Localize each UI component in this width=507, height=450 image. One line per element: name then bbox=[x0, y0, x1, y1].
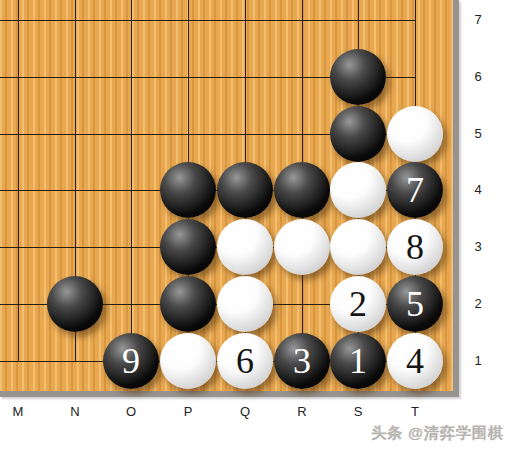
stone-S6-black bbox=[330, 49, 386, 105]
row-label-6: 6 bbox=[467, 69, 489, 85]
stone-Q2-white bbox=[217, 276, 273, 332]
move-number-9: 9 bbox=[122, 343, 140, 379]
row-label-1: 1 bbox=[467, 353, 489, 369]
col-label-O: O bbox=[120, 404, 142, 420]
move-number-8: 8 bbox=[406, 229, 424, 265]
stone-P3-black bbox=[160, 219, 216, 275]
move-number-1: 1 bbox=[349, 343, 367, 379]
stone-T1-white: 4 bbox=[387, 333, 443, 389]
stone-Q3-white bbox=[217, 219, 273, 275]
move-number-2: 2 bbox=[349, 286, 367, 322]
move-number-5: 5 bbox=[406, 286, 424, 322]
stone-P4-black bbox=[160, 162, 216, 218]
stone-R1-black: 3 bbox=[274, 333, 330, 389]
grid-line-col-M bbox=[18, 0, 19, 362]
row-label-5: 5 bbox=[467, 126, 489, 142]
stone-P1-white bbox=[160, 333, 216, 389]
col-label-Q: Q bbox=[234, 404, 256, 420]
grid-line-col-O bbox=[131, 0, 132, 362]
stone-Q1-white: 6 bbox=[217, 333, 273, 389]
row-label-4: 4 bbox=[467, 182, 489, 198]
go-diagram: 782596314 MNOPQRST7654321 头条 @清弈学围棋 bbox=[0, 0, 507, 450]
stone-T5-white bbox=[387, 106, 443, 162]
stone-Q4-black bbox=[217, 162, 273, 218]
col-label-N: N bbox=[64, 404, 86, 420]
stone-O1-black: 9 bbox=[103, 333, 159, 389]
row-label-3: 3 bbox=[467, 239, 489, 255]
stone-R3-white bbox=[274, 219, 330, 275]
stone-R4-black bbox=[274, 162, 330, 218]
stone-T4-black: 7 bbox=[387, 162, 443, 218]
col-label-R: R bbox=[291, 404, 313, 420]
col-label-M: M bbox=[7, 404, 29, 420]
move-number-4: 4 bbox=[406, 343, 424, 379]
stone-S4-white bbox=[330, 162, 386, 218]
move-number-7: 7 bbox=[406, 172, 424, 208]
move-number-3: 3 bbox=[293, 343, 311, 379]
row-label-7: 7 bbox=[467, 12, 489, 28]
stone-T3-white: 8 bbox=[387, 219, 443, 275]
stone-T2-black: 5 bbox=[387, 276, 443, 332]
watermark-text: 头条 @清弈学围棋 bbox=[371, 424, 504, 443]
row-label-2: 2 bbox=[467, 296, 489, 312]
stone-P2-black bbox=[160, 276, 216, 332]
stone-S1-black: 1 bbox=[330, 333, 386, 389]
move-number-6: 6 bbox=[236, 343, 254, 379]
col-label-S: S bbox=[347, 404, 369, 420]
stone-S5-black bbox=[330, 106, 386, 162]
stone-N2-black bbox=[47, 276, 103, 332]
grid-line-row-7 bbox=[0, 20, 416, 21]
col-label-P: P bbox=[177, 404, 199, 420]
stone-S3-white bbox=[330, 219, 386, 275]
col-label-T: T bbox=[404, 404, 426, 420]
stone-S2-white: 2 bbox=[330, 276, 386, 332]
go-board: 782596314 bbox=[0, 0, 459, 397]
